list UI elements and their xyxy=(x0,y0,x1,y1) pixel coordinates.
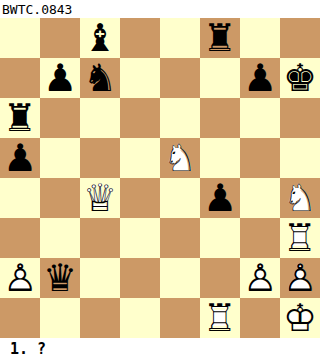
square-e4[interactable] xyxy=(160,178,200,218)
square-a6[interactable]: ♜ xyxy=(0,98,40,138)
square-a4[interactable] xyxy=(0,178,40,218)
square-c4[interactable]: ♛♕ xyxy=(80,178,120,218)
square-f1[interactable]: ♜♖ xyxy=(200,298,240,338)
square-f4[interactable]: ♟ xyxy=(200,178,240,218)
white-rook-glyph: ♖ xyxy=(280,218,320,258)
square-b5[interactable] xyxy=(40,138,80,178)
square-f3[interactable] xyxy=(200,218,240,258)
black-knight[interactable]: ♞ xyxy=(80,58,120,98)
square-a3[interactable] xyxy=(0,218,40,258)
white-king-glyph: ♔ xyxy=(280,298,320,338)
square-d5[interactable] xyxy=(120,138,160,178)
square-h2[interactable]: ♟♙ xyxy=(280,258,320,298)
square-f8[interactable]: ♜ xyxy=(200,18,240,58)
puzzle-id: BWTC.0843 xyxy=(0,2,72,17)
square-h7[interactable]: ♚ xyxy=(280,58,320,98)
white-pawn[interactable]: ♟♙ xyxy=(280,258,320,298)
white-pawn-glyph: ♙ xyxy=(280,258,320,298)
black-king-glyph: ♚ xyxy=(280,58,320,98)
square-e5[interactable]: ♞♘ xyxy=(160,138,200,178)
white-pawn[interactable]: ♟♙ xyxy=(0,258,40,298)
square-c6[interactable] xyxy=(80,98,120,138)
white-knight[interactable]: ♞♘ xyxy=(280,178,320,218)
square-g8[interactable] xyxy=(240,18,280,58)
square-b6[interactable] xyxy=(40,98,80,138)
black-queen[interactable]: ♛ xyxy=(40,258,80,298)
square-h8[interactable] xyxy=(280,18,320,58)
move-prompt: 1. ? xyxy=(0,340,46,358)
white-rook[interactable]: ♜♖ xyxy=(200,298,240,338)
white-pawn-glyph: ♙ xyxy=(240,258,280,298)
square-h1[interactable]: ♚♔ xyxy=(280,298,320,338)
black-rook-glyph: ♜ xyxy=(200,18,240,58)
square-f7[interactable] xyxy=(200,58,240,98)
square-h6[interactable] xyxy=(280,98,320,138)
square-d3[interactable] xyxy=(120,218,160,258)
square-b3[interactable] xyxy=(40,218,80,258)
black-bishop[interactable]: ♝ xyxy=(80,18,120,58)
black-queen-glyph: ♛ xyxy=(40,258,80,298)
square-d4[interactable] xyxy=(120,178,160,218)
black-pawn-glyph: ♟ xyxy=(0,138,40,178)
footer: 1. ? xyxy=(0,338,320,360)
square-g4[interactable] xyxy=(240,178,280,218)
white-rook-glyph: ♖ xyxy=(200,298,240,338)
square-d8[interactable] xyxy=(120,18,160,58)
square-h3[interactable]: ♜♖ xyxy=(280,218,320,258)
square-b2[interactable]: ♛ xyxy=(40,258,80,298)
square-a7[interactable] xyxy=(0,58,40,98)
square-d7[interactable] xyxy=(120,58,160,98)
white-rook[interactable]: ♜♖ xyxy=(280,218,320,258)
black-pawn[interactable]: ♟ xyxy=(0,138,40,178)
square-f5[interactable] xyxy=(200,138,240,178)
square-g7[interactable]: ♟ xyxy=(240,58,280,98)
black-knight-glyph: ♞ xyxy=(80,58,120,98)
square-a1[interactable] xyxy=(0,298,40,338)
square-f2[interactable] xyxy=(200,258,240,298)
black-rook[interactable]: ♜ xyxy=(200,18,240,58)
square-g3[interactable] xyxy=(240,218,280,258)
white-queen-glyph: ♕ xyxy=(80,178,120,218)
black-pawn[interactable]: ♟ xyxy=(40,58,80,98)
chess-diagram-window: BWTC.0843 ♝♜♟♞♟♚♜♟♞♘♛♕♟♞♘♜♖♟♙♛♟♙♟♙♜♖♚♔ 1… xyxy=(0,0,320,360)
square-c5[interactable] xyxy=(80,138,120,178)
square-a8[interactable] xyxy=(0,18,40,58)
black-bishop-glyph: ♝ xyxy=(80,18,120,58)
title-bar: BWTC.0843 xyxy=(0,0,320,18)
square-c1[interactable] xyxy=(80,298,120,338)
square-g1[interactable] xyxy=(240,298,280,338)
square-f6[interactable] xyxy=(200,98,240,138)
square-h4[interactable]: ♞♘ xyxy=(280,178,320,218)
black-king[interactable]: ♚ xyxy=(280,58,320,98)
white-queen[interactable]: ♛♕ xyxy=(80,178,120,218)
square-e3[interactable] xyxy=(160,218,200,258)
square-a5[interactable]: ♟ xyxy=(0,138,40,178)
square-a2[interactable]: ♟♙ xyxy=(0,258,40,298)
black-rook[interactable]: ♜ xyxy=(0,98,40,138)
black-pawn-glyph: ♟ xyxy=(40,58,80,98)
square-d1[interactable] xyxy=(120,298,160,338)
square-d2[interactable] xyxy=(120,258,160,298)
square-e7[interactable] xyxy=(160,58,200,98)
black-pawn-glyph: ♟ xyxy=(200,178,240,218)
square-b1[interactable] xyxy=(40,298,80,338)
square-e1[interactable] xyxy=(160,298,200,338)
square-c8[interactable]: ♝ xyxy=(80,18,120,58)
square-c7[interactable]: ♞ xyxy=(80,58,120,98)
square-h5[interactable] xyxy=(280,138,320,178)
square-g2[interactable]: ♟♙ xyxy=(240,258,280,298)
square-e8[interactable] xyxy=(160,18,200,58)
chess-board: ♝♜♟♞♟♚♜♟♞♘♛♕♟♞♘♜♖♟♙♛♟♙♟♙♜♖♚♔ xyxy=(0,18,320,338)
white-knight-glyph: ♘ xyxy=(160,138,200,178)
square-b7[interactable]: ♟ xyxy=(40,58,80,98)
white-king[interactable]: ♚♔ xyxy=(280,298,320,338)
square-e2[interactable] xyxy=(160,258,200,298)
white-pawn-glyph: ♙ xyxy=(0,258,40,298)
square-d6[interactable] xyxy=(120,98,160,138)
square-c3[interactable] xyxy=(80,218,120,258)
white-knight-glyph: ♘ xyxy=(280,178,320,218)
square-g5[interactable] xyxy=(240,138,280,178)
square-g6[interactable] xyxy=(240,98,280,138)
black-rook-glyph: ♜ xyxy=(0,98,40,138)
black-pawn[interactable]: ♟ xyxy=(200,178,240,218)
black-pawn-glyph: ♟ xyxy=(240,58,280,98)
square-c2[interactable] xyxy=(80,258,120,298)
square-b8[interactable] xyxy=(40,18,80,58)
square-b4[interactable] xyxy=(40,178,80,218)
square-e6[interactable] xyxy=(160,98,200,138)
black-pawn[interactable]: ♟ xyxy=(240,58,280,98)
white-knight[interactable]: ♞♘ xyxy=(160,138,200,178)
white-pawn[interactable]: ♟♙ xyxy=(240,258,280,298)
